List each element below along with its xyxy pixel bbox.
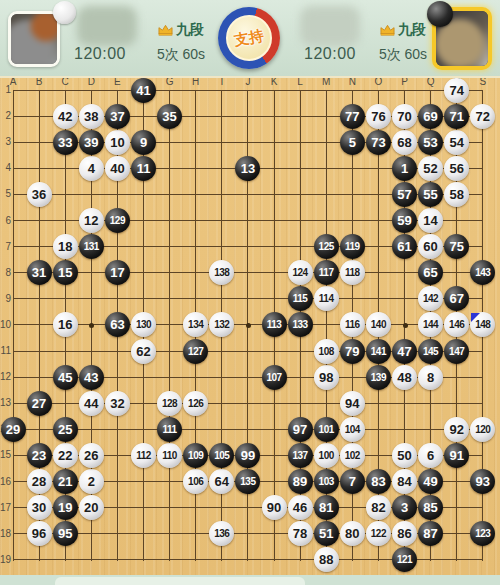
stone-white-134-H10: 134 bbox=[183, 312, 208, 337]
move-number: 33 bbox=[58, 135, 72, 150]
stone-white-128-G13: 128 bbox=[157, 391, 182, 416]
move-number: 96 bbox=[32, 526, 46, 541]
move-number: 115 bbox=[293, 293, 308, 304]
stone-white-142-Q9: 142 bbox=[418, 286, 443, 311]
move-number: 61 bbox=[397, 239, 411, 254]
stone-white-42-C2: 42 bbox=[53, 104, 78, 129]
move-number: 68 bbox=[397, 135, 411, 150]
match-header: 120:00 九段 5次 60s 支持 120:00 九段 5次 60s bbox=[0, 0, 500, 78]
stone-white-132-I10: 132 bbox=[209, 312, 234, 337]
move-number: 109 bbox=[188, 450, 203, 461]
stone-white-144-Q10: 144 bbox=[418, 312, 443, 337]
stone-white-96-B18: 96 bbox=[27, 521, 52, 546]
row-label-2: 2 bbox=[0, 110, 11, 121]
stone-white-136-I18: 136 bbox=[209, 521, 234, 546]
move-number: 17 bbox=[110, 265, 124, 280]
move-number: 67 bbox=[449, 291, 463, 306]
footer-strip bbox=[0, 575, 500, 585]
stone-white-124-L8: 124 bbox=[288, 260, 313, 285]
stone-black-129-E6: 129 bbox=[105, 208, 130, 233]
move-number: 45 bbox=[58, 370, 72, 385]
move-number: 147 bbox=[449, 346, 464, 357]
move-number: 125 bbox=[319, 241, 334, 252]
stone-black-77-N2: 77 bbox=[340, 104, 365, 129]
move-number: 139 bbox=[371, 372, 386, 383]
stone-black-67-R9: 67 bbox=[444, 286, 469, 311]
stone-black-15-C8: 15 bbox=[53, 260, 78, 285]
row-label-18: 18 bbox=[0, 528, 11, 539]
stone-white-78-L18: 78 bbox=[288, 521, 313, 546]
move-number: 107 bbox=[266, 372, 281, 383]
move-number: 99 bbox=[241, 448, 255, 463]
move-number: 22 bbox=[58, 448, 72, 463]
right-player-main-time: 120:00 bbox=[294, 45, 366, 63]
move-number: 123 bbox=[475, 528, 490, 539]
stone-black-31-B8: 31 bbox=[27, 260, 52, 285]
move-number: 110 bbox=[162, 450, 177, 461]
left-player-avatar[interactable] bbox=[8, 11, 60, 67]
row-label-16: 16 bbox=[0, 476, 11, 487]
move-number: 136 bbox=[214, 528, 229, 539]
stone-white-108-M11: 108 bbox=[314, 339, 339, 364]
move-number: 81 bbox=[319, 500, 333, 515]
move-number: 86 bbox=[397, 526, 411, 541]
stone-black-105-I15: 105 bbox=[209, 443, 234, 468]
move-number: 70 bbox=[397, 109, 411, 124]
stone-black-123-S18: 123 bbox=[470, 521, 495, 546]
move-number: 75 bbox=[449, 239, 463, 254]
stone-white-92-R14: 92 bbox=[444, 417, 469, 442]
grid-line bbox=[13, 429, 484, 430]
move-number: 85 bbox=[423, 500, 437, 515]
move-number: 72 bbox=[476, 109, 490, 124]
move-number: 28 bbox=[32, 474, 46, 489]
move-number: 89 bbox=[293, 474, 307, 489]
stone-black-143-S8: 143 bbox=[470, 260, 495, 285]
stone-black-39-D3: 39 bbox=[79, 130, 104, 155]
move-number: 130 bbox=[136, 319, 151, 330]
stone-white-140-O10: 140 bbox=[366, 312, 391, 337]
stone-black-63-E10: 63 bbox=[105, 312, 130, 337]
move-number: 108 bbox=[319, 346, 334, 357]
stone-white-100-M15: 100 bbox=[314, 443, 339, 468]
move-number: 46 bbox=[293, 500, 307, 515]
stone-black-25-C14: 25 bbox=[53, 417, 78, 442]
stone-white-120-S14: 120 bbox=[470, 417, 495, 442]
move-number: 41 bbox=[136, 83, 150, 98]
row-label-6: 6 bbox=[0, 215, 11, 226]
move-number: 80 bbox=[345, 526, 359, 541]
move-number: 5 bbox=[349, 135, 356, 150]
move-number: 27 bbox=[32, 396, 46, 411]
stone-black-131-D7: 131 bbox=[79, 234, 104, 259]
stone-black-37-E2: 37 bbox=[105, 104, 130, 129]
move-number: 94 bbox=[345, 396, 359, 411]
stone-black-117-M8: 117 bbox=[314, 260, 339, 285]
stone-black-97-L14: 97 bbox=[288, 417, 313, 442]
move-number: 13 bbox=[241, 161, 255, 176]
left-avatar-image bbox=[8, 11, 60, 67]
left-player-name-censored bbox=[77, 6, 137, 46]
stone-black-147-R11: 147 bbox=[444, 339, 469, 364]
move-number: 127 bbox=[188, 346, 203, 357]
stone-black-57-P5: 57 bbox=[392, 182, 417, 207]
stone-white-84-P16: 84 bbox=[392, 469, 417, 494]
move-number: 2 bbox=[88, 474, 95, 489]
move-number: 3 bbox=[401, 500, 408, 515]
stone-white-114-M9: 114 bbox=[314, 286, 339, 311]
stone-black-1-P4: 1 bbox=[392, 156, 417, 181]
stone-white-62-F11: 62 bbox=[131, 339, 156, 364]
stone-white-14-Q6: 14 bbox=[418, 208, 443, 233]
stone-white-104-N14: 104 bbox=[340, 417, 365, 442]
move-number: 6 bbox=[427, 448, 434, 463]
stone-white-82-O17: 82 bbox=[366, 495, 391, 520]
stone-white-6-Q15: 6 bbox=[418, 443, 443, 468]
move-number: 112 bbox=[136, 450, 151, 461]
row-label-1: 1 bbox=[0, 84, 11, 95]
stone-black-5-N3: 5 bbox=[340, 130, 365, 155]
move-number: 124 bbox=[293, 267, 308, 278]
move-number: 73 bbox=[371, 135, 385, 150]
stone-white-94-N13: 94 bbox=[340, 391, 365, 416]
move-number: 114 bbox=[319, 293, 334, 304]
stone-black-13-J4: 13 bbox=[235, 156, 260, 181]
stone-white-80-N18: 80 bbox=[340, 521, 365, 546]
stone-white-98-M12: 98 bbox=[314, 365, 339, 390]
stone-white-88-M19: 88 bbox=[314, 547, 339, 572]
stone-white-90-K17: 90 bbox=[262, 495, 287, 520]
move-number: 40 bbox=[110, 161, 124, 176]
stone-white-86-P18: 86 bbox=[392, 521, 417, 546]
stone-white-110-G15: 110 bbox=[157, 443, 182, 468]
move-number: 56 bbox=[449, 161, 463, 176]
move-number: 138 bbox=[214, 267, 229, 278]
stone-black-55-Q5: 55 bbox=[418, 182, 443, 207]
left-player-byoyomi: 5次 60s bbox=[142, 46, 220, 64]
move-number: 103 bbox=[319, 476, 334, 487]
move-number: 49 bbox=[423, 474, 437, 489]
stone-white-44-D13: 44 bbox=[79, 391, 104, 416]
move-number: 93 bbox=[476, 474, 490, 489]
stone-black-33-C3: 33 bbox=[53, 130, 78, 155]
move-number: 71 bbox=[449, 109, 463, 124]
stone-black-47-P11: 47 bbox=[392, 339, 417, 364]
move-number: 37 bbox=[110, 109, 124, 124]
stone-black-107-K12: 107 bbox=[262, 365, 287, 390]
stone-black-109-H15: 109 bbox=[183, 443, 208, 468]
move-number: 50 bbox=[397, 448, 411, 463]
stone-black-141-O11: 141 bbox=[366, 339, 391, 364]
move-number: 53 bbox=[423, 135, 437, 150]
stone-white-4-D4: 4 bbox=[79, 156, 104, 181]
row-label-15: 15 bbox=[0, 449, 11, 460]
stone-black-49-Q16: 49 bbox=[418, 469, 443, 494]
stone-white-32-E13: 32 bbox=[105, 391, 130, 416]
stone-black-139-O12: 139 bbox=[366, 365, 391, 390]
black-stone-icon bbox=[427, 1, 453, 27]
stone-black-91-R15: 91 bbox=[444, 443, 469, 468]
stone-white-46-L17: 46 bbox=[288, 495, 313, 520]
move-number: 111 bbox=[163, 424, 177, 435]
stone-white-146-R10: 146 bbox=[444, 312, 469, 337]
move-number: 77 bbox=[345, 109, 359, 124]
row-label-9: 9 bbox=[0, 293, 11, 304]
move-number: 43 bbox=[84, 370, 98, 385]
move-number: 100 bbox=[319, 450, 334, 461]
stone-white-18-C7: 18 bbox=[53, 234, 78, 259]
move-number: 19 bbox=[58, 500, 72, 515]
move-number: 90 bbox=[267, 500, 281, 515]
move-number: 121 bbox=[397, 554, 412, 565]
move-number: 10 bbox=[110, 135, 124, 150]
star-point-P10 bbox=[403, 323, 408, 328]
move-number: 95 bbox=[58, 526, 72, 541]
grid-line bbox=[13, 90, 14, 561]
stone-white-22-C15: 22 bbox=[53, 443, 78, 468]
move-number: 9 bbox=[140, 135, 147, 150]
move-number: 35 bbox=[162, 109, 176, 124]
move-number: 87 bbox=[423, 526, 437, 541]
row-label-8: 8 bbox=[0, 267, 11, 278]
stone-black-83-O16: 83 bbox=[366, 469, 391, 494]
move-number: 29 bbox=[6, 422, 20, 437]
star-point-D10 bbox=[89, 323, 94, 328]
stone-black-35-G2: 35 bbox=[157, 104, 182, 129]
move-number: 79 bbox=[345, 344, 359, 359]
stone-white-138-I8: 138 bbox=[209, 260, 234, 285]
stone-black-69-Q2: 69 bbox=[418, 104, 443, 129]
stone-white-36-B5: 36 bbox=[27, 182, 52, 207]
move-number: 36 bbox=[32, 187, 46, 202]
move-number: 39 bbox=[84, 135, 98, 150]
right-player-rank-label: 九段 bbox=[398, 21, 426, 39]
move-number: 116 bbox=[345, 319, 360, 330]
go-app-window: 120:00 九段 5次 60s 支持 120:00 九段 5次 60s ABC… bbox=[0, 0, 500, 585]
move-number: 78 bbox=[293, 526, 307, 541]
move-number: 76 bbox=[371, 109, 385, 124]
stone-black-71-R2: 71 bbox=[444, 104, 469, 129]
row-label-12: 12 bbox=[0, 371, 11, 382]
row-label-10: 10 bbox=[0, 319, 11, 330]
move-number: 131 bbox=[84, 241, 99, 252]
move-number: 38 bbox=[84, 109, 98, 124]
stone-white-54-R3: 54 bbox=[444, 130, 469, 155]
stone-white-8-Q12: 8 bbox=[418, 365, 443, 390]
move-number: 52 bbox=[423, 161, 437, 176]
move-number: 23 bbox=[32, 448, 46, 463]
move-number: 119 bbox=[345, 241, 360, 252]
move-number: 64 bbox=[215, 474, 229, 489]
stone-white-102-N15: 102 bbox=[340, 443, 365, 468]
support-button-label: 支持 bbox=[233, 26, 266, 50]
stone-white-2-D16: 2 bbox=[79, 469, 104, 494]
stone-white-56-R4: 56 bbox=[444, 156, 469, 181]
stone-black-41-F1: 41 bbox=[131, 78, 156, 103]
move-number: 104 bbox=[345, 424, 360, 435]
move-number: 18 bbox=[58, 239, 72, 254]
stone-black-29-A14: 29 bbox=[1, 417, 26, 442]
stone-black-85-Q17: 85 bbox=[418, 495, 443, 520]
stone-black-87-Q18: 87 bbox=[418, 521, 443, 546]
move-number: 137 bbox=[293, 450, 308, 461]
stone-black-111-G14: 111 bbox=[157, 417, 182, 442]
stone-black-45-C12: 45 bbox=[53, 365, 78, 390]
move-number: 57 bbox=[397, 187, 411, 202]
support-button[interactable]: 支持 bbox=[218, 7, 280, 69]
move-number: 134 bbox=[188, 319, 203, 330]
row-label-17: 17 bbox=[0, 502, 11, 513]
stone-black-21-C16: 21 bbox=[53, 469, 78, 494]
move-number: 7 bbox=[349, 474, 356, 489]
move-number: 126 bbox=[188, 398, 203, 409]
stone-black-53-Q3: 53 bbox=[418, 130, 443, 155]
stone-white-126-H13: 126 bbox=[183, 391, 208, 416]
stone-black-51-M18: 51 bbox=[314, 521, 339, 546]
move-number: 30 bbox=[32, 500, 46, 515]
stone-white-70-P2: 70 bbox=[392, 104, 417, 129]
row-label-11: 11 bbox=[0, 345, 11, 356]
left-player-rank-label: 九段 bbox=[176, 21, 204, 39]
move-number: 142 bbox=[423, 293, 438, 304]
stone-black-65-Q8: 65 bbox=[418, 260, 443, 285]
move-number: 16 bbox=[58, 317, 72, 332]
stone-white-52-Q4: 52 bbox=[418, 156, 443, 181]
stone-white-106-H16: 106 bbox=[183, 469, 208, 494]
stone-black-101-M14: 101 bbox=[314, 417, 339, 442]
move-number: 48 bbox=[397, 370, 411, 385]
move-number: 54 bbox=[449, 135, 463, 150]
stone-black-137-L15: 137 bbox=[288, 443, 313, 468]
move-number: 69 bbox=[423, 109, 437, 124]
row-label-19: 19 bbox=[0, 554, 11, 565]
move-number: 8 bbox=[427, 370, 434, 385]
stone-white-58-R5: 58 bbox=[444, 182, 469, 207]
footer-panel-edge bbox=[55, 577, 305, 585]
stone-black-95-C18: 95 bbox=[53, 521, 78, 546]
stone-black-127-H11: 127 bbox=[183, 339, 208, 364]
stone-black-3-P17: 3 bbox=[392, 495, 417, 520]
stone-white-60-Q7: 60 bbox=[418, 234, 443, 259]
stone-black-19-C17: 19 bbox=[53, 495, 78, 520]
stone-white-16-C10: 16 bbox=[53, 312, 78, 337]
stone-white-68-P3: 68 bbox=[392, 130, 417, 155]
move-number: 120 bbox=[475, 424, 490, 435]
stone-black-59-P6: 59 bbox=[392, 208, 417, 233]
support-button-face: 支持 bbox=[226, 15, 272, 61]
stone-white-118-N8: 118 bbox=[340, 260, 365, 285]
stone-white-40-E4: 40 bbox=[105, 156, 130, 181]
row-label-3: 3 bbox=[0, 136, 11, 147]
move-number: 1 bbox=[401, 161, 408, 176]
stone-white-38-D2: 38 bbox=[79, 104, 104, 129]
move-number: 128 bbox=[162, 398, 177, 409]
stone-white-48-P12: 48 bbox=[392, 365, 417, 390]
move-number: 25 bbox=[58, 422, 72, 437]
move-number: 84 bbox=[397, 474, 411, 489]
move-number: 15 bbox=[58, 265, 72, 280]
stone-white-26-D15: 26 bbox=[79, 443, 104, 468]
move-number: 92 bbox=[449, 422, 463, 437]
stone-white-148-S10: 148 bbox=[470, 312, 495, 337]
move-number: 98 bbox=[319, 370, 333, 385]
move-number: 132 bbox=[214, 319, 229, 330]
row-label-4: 4 bbox=[0, 162, 11, 173]
stone-black-89-L16: 89 bbox=[288, 469, 313, 494]
move-number: 113 bbox=[267, 319, 282, 330]
stone-white-130-F10: 130 bbox=[131, 312, 156, 337]
move-number: 82 bbox=[371, 500, 385, 515]
move-number: 143 bbox=[475, 267, 490, 278]
stone-black-61-P7: 61 bbox=[392, 234, 417, 259]
move-number: 44 bbox=[84, 396, 98, 411]
stone-black-43-D12: 43 bbox=[79, 365, 104, 390]
stone-black-75-R7: 75 bbox=[444, 234, 469, 259]
stone-black-135-J16: 135 bbox=[235, 469, 260, 494]
stone-white-12-D6: 12 bbox=[79, 208, 104, 233]
move-number: 14 bbox=[423, 213, 437, 228]
move-number: 65 bbox=[423, 265, 437, 280]
stone-black-81-M17: 81 bbox=[314, 495, 339, 520]
move-number: 62 bbox=[136, 344, 150, 359]
move-number: 118 bbox=[345, 267, 360, 278]
last-move-marker bbox=[471, 313, 480, 322]
move-number: 145 bbox=[423, 346, 438, 357]
stone-black-133-L10: 133 bbox=[288, 312, 313, 337]
move-number: 91 bbox=[449, 448, 463, 463]
move-number: 133 bbox=[293, 319, 308, 330]
stone-black-119-N7: 119 bbox=[340, 234, 365, 259]
move-number: 102 bbox=[345, 450, 360, 461]
stone-black-23-B15: 23 bbox=[27, 443, 52, 468]
move-number: 20 bbox=[84, 500, 98, 515]
white-stone-icon bbox=[53, 1, 76, 24]
row-label-13: 13 bbox=[0, 397, 11, 408]
stone-black-103-M16: 103 bbox=[314, 469, 339, 494]
move-number: 83 bbox=[371, 474, 385, 489]
move-number: 11 bbox=[137, 161, 151, 176]
stone-white-30-B17: 30 bbox=[27, 495, 52, 520]
right-player-byoyomi: 5次 60s bbox=[364, 46, 442, 64]
stone-black-9-F3: 9 bbox=[131, 130, 156, 155]
stone-black-93-S16: 93 bbox=[470, 469, 495, 494]
row-label-5: 5 bbox=[0, 188, 11, 199]
move-number: 144 bbox=[423, 319, 438, 330]
move-number: 88 bbox=[319, 552, 333, 567]
stone-black-99-J15: 99 bbox=[235, 443, 260, 468]
move-number: 12 bbox=[84, 213, 98, 228]
stone-black-121-P19: 121 bbox=[392, 547, 417, 572]
stone-white-28-B16: 28 bbox=[27, 469, 52, 494]
move-number: 122 bbox=[371, 528, 386, 539]
move-number: 135 bbox=[240, 476, 255, 487]
stone-black-17-E8: 17 bbox=[105, 260, 130, 285]
move-number: 47 bbox=[397, 344, 411, 359]
stone-black-73-O3: 73 bbox=[366, 130, 391, 155]
move-number: 117 bbox=[319, 267, 334, 278]
stone-white-112-F15: 112 bbox=[131, 443, 156, 468]
star-point-J10 bbox=[246, 323, 251, 328]
stone-white-74-R1: 74 bbox=[444, 78, 469, 103]
move-number: 31 bbox=[32, 265, 46, 280]
stone-white-50-P15: 50 bbox=[392, 443, 417, 468]
move-number: 58 bbox=[449, 187, 463, 202]
go-board[interactable]: ABCDEFGHIJKLMNOPQRS 12345678910111213141… bbox=[0, 76, 500, 575]
move-number: 105 bbox=[214, 450, 229, 461]
stone-black-79-N11: 79 bbox=[340, 339, 365, 364]
stone-black-7-N16: 7 bbox=[340, 469, 365, 494]
stone-white-122-O18: 122 bbox=[366, 521, 391, 546]
